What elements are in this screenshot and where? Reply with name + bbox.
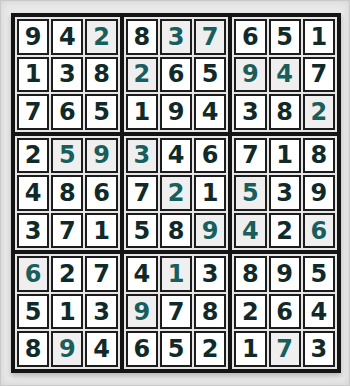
cell-r4c4[interactable]: 3 xyxy=(126,138,158,174)
cell-r1c6[interactable]: 7 xyxy=(194,19,226,55)
box-7: 627513894 xyxy=(13,252,122,371)
cell-r2c1[interactable]: 1 xyxy=(17,57,49,93)
box-5: 346721589 xyxy=(122,134,231,253)
cell-r8c8[interactable]: 6 xyxy=(269,294,301,330)
cell-r5c8[interactable]: 3 xyxy=(269,175,301,211)
cell-r1c9[interactable]: 1 xyxy=(303,19,335,55)
cell-r7c8[interactable]: 9 xyxy=(269,256,301,292)
box-8: 413978652 xyxy=(122,252,231,371)
cell-r6c8[interactable]: 2 xyxy=(269,213,301,249)
box-3: 651947382 xyxy=(230,15,339,134)
cell-r7c4[interactable]: 4 xyxy=(126,256,158,292)
cell-r6c4[interactable]: 5 xyxy=(126,213,158,249)
cell-r8c2[interactable]: 1 xyxy=(51,294,83,330)
cell-r3c6[interactable]: 4 xyxy=(194,94,226,130)
cell-r2c5[interactable]: 6 xyxy=(160,57,192,93)
cell-r4c8[interactable]: 1 xyxy=(269,138,301,174)
cell-r4c9[interactable]: 8 xyxy=(303,138,335,174)
cell-r1c7[interactable]: 6 xyxy=(234,19,266,55)
cell-r7c9[interactable]: 5 xyxy=(303,256,335,292)
cell-r9c8[interactable]: 7 xyxy=(269,331,301,367)
cell-r6c5[interactable]: 8 xyxy=(160,213,192,249)
cell-r6c9[interactable]: 6 xyxy=(303,213,335,249)
cell-r3c8[interactable]: 8 xyxy=(269,94,301,130)
cell-r8c9[interactable]: 4 xyxy=(303,294,335,330)
cell-r6c7[interactable]: 4 xyxy=(234,213,266,249)
cell-r7c5[interactable]: 1 xyxy=(160,256,192,292)
cell-r8c4[interactable]: 9 xyxy=(126,294,158,330)
cell-r3c3[interactable]: 5 xyxy=(85,94,117,130)
cell-r2c4[interactable]: 2 xyxy=(126,57,158,93)
cell-r5c4[interactable]: 7 xyxy=(126,175,158,211)
cell-r7c2[interactable]: 2 xyxy=(51,256,83,292)
sudoku-board: 9421387658372651946519473822594863713467… xyxy=(11,13,341,373)
cell-r7c1[interactable]: 6 xyxy=(17,256,49,292)
cell-r5c9[interactable]: 9 xyxy=(303,175,335,211)
cell-r5c1[interactable]: 4 xyxy=(17,175,49,211)
cell-r4c2[interactable]: 5 xyxy=(51,138,83,174)
cell-r3c5[interactable]: 9 xyxy=(160,94,192,130)
cell-r6c1[interactable]: 3 xyxy=(17,213,49,249)
cell-r4c5[interactable]: 4 xyxy=(160,138,192,174)
cell-r2c9[interactable]: 7 xyxy=(303,57,335,93)
cell-r5c6[interactable]: 1 xyxy=(194,175,226,211)
cell-r9c5[interactable]: 5 xyxy=(160,331,192,367)
box-9: 895264173 xyxy=(230,252,339,371)
cell-r2c2[interactable]: 3 xyxy=(51,57,83,93)
page-background: 9421387658372651946519473822594863713467… xyxy=(0,0,350,386)
cell-r3c9[interactable]: 2 xyxy=(303,94,335,130)
cell-r3c7[interactable]: 3 xyxy=(234,94,266,130)
cell-r7c6[interactable]: 3 xyxy=(194,256,226,292)
cell-r6c2[interactable]: 7 xyxy=(51,213,83,249)
cell-r1c2[interactable]: 4 xyxy=(51,19,83,55)
cell-r9c6[interactable]: 2 xyxy=(194,331,226,367)
cell-r5c5[interactable]: 2 xyxy=(160,175,192,211)
cell-r1c1[interactable]: 9 xyxy=(17,19,49,55)
cell-r1c8[interactable]: 5 xyxy=(269,19,301,55)
cell-r2c6[interactable]: 5 xyxy=(194,57,226,93)
cell-r1c3[interactable]: 2 xyxy=(85,19,117,55)
cell-r7c3[interactable]: 7 xyxy=(85,256,117,292)
cell-r4c1[interactable]: 2 xyxy=(17,138,49,174)
cell-r2c3[interactable]: 8 xyxy=(85,57,117,93)
cell-r8c7[interactable]: 2 xyxy=(234,294,266,330)
cell-r7c7[interactable]: 8 xyxy=(234,256,266,292)
cell-r4c3[interactable]: 9 xyxy=(85,138,117,174)
cell-r2c7[interactable]: 9 xyxy=(234,57,266,93)
cell-r8c5[interactable]: 7 xyxy=(160,294,192,330)
cell-r3c4[interactable]: 1 xyxy=(126,94,158,130)
cell-r2c8[interactable]: 4 xyxy=(269,57,301,93)
cell-r4c6[interactable]: 6 xyxy=(194,138,226,174)
cell-r6c6[interactable]: 9 xyxy=(194,213,226,249)
cell-r8c3[interactable]: 3 xyxy=(85,294,117,330)
cell-r9c9[interactable]: 3 xyxy=(303,331,335,367)
cell-r9c2[interactable]: 9 xyxy=(51,331,83,367)
cell-r3c1[interactable]: 7 xyxy=(17,94,49,130)
cell-r3c2[interactable]: 6 xyxy=(51,94,83,130)
box-6: 718539426 xyxy=(230,134,339,253)
box-4: 259486371 xyxy=(13,134,122,253)
cell-r4c7[interactable]: 7 xyxy=(234,138,266,174)
cell-r8c1[interactable]: 5 xyxy=(17,294,49,330)
cell-r9c7[interactable]: 1 xyxy=(234,331,266,367)
cell-r5c7[interactable]: 5 xyxy=(234,175,266,211)
cell-r6c3[interactable]: 1 xyxy=(85,213,117,249)
box-2: 837265194 xyxy=(122,15,231,134)
cell-r8c6[interactable]: 8 xyxy=(194,294,226,330)
cell-r9c3[interactable]: 4 xyxy=(85,331,117,367)
cell-r5c2[interactable]: 8 xyxy=(51,175,83,211)
cell-r9c4[interactable]: 6 xyxy=(126,331,158,367)
cell-r1c4[interactable]: 8 xyxy=(126,19,158,55)
cell-r9c1[interactable]: 8 xyxy=(17,331,49,367)
cell-r1c5[interactable]: 3 xyxy=(160,19,192,55)
cell-r5c3[interactable]: 6 xyxy=(85,175,117,211)
box-1: 942138765 xyxy=(13,15,122,134)
